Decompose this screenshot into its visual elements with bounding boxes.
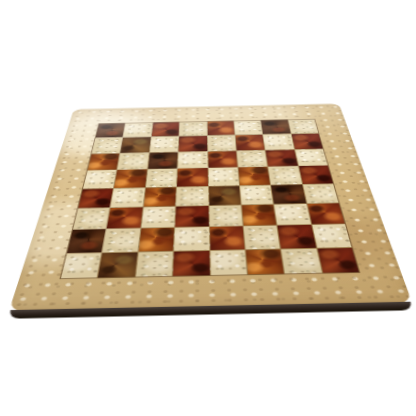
square-r6c6-dark — [242, 205, 277, 226]
square-r4c7-light — [268, 166, 301, 184]
square-r3c7-dark — [266, 150, 298, 167]
square-r1c2-light — [124, 123, 153, 138]
square-r8c1-light — [61, 253, 102, 279]
square-r8c5-light — [210, 250, 247, 275]
square-r3c2-light — [118, 153, 149, 170]
square-r5c8-light — [303, 184, 339, 204]
square-r1c8-light — [288, 119, 318, 133]
square-r8c7-light — [281, 248, 321, 273]
square-r5c2-light — [111, 188, 145, 208]
square-r5c7-dark — [271, 184, 306, 204]
square-r2c7-light — [263, 134, 293, 150]
square-r2c2-dark — [121, 137, 151, 153]
square-r1c3-dark — [151, 122, 179, 137]
square-r2c1-light — [92, 138, 123, 154]
square-r4c2-dark — [114, 169, 146, 187]
square-r6c8-dark — [307, 203, 345, 224]
square-r6c1-light — [73, 208, 110, 229]
square-r7c5-dark — [209, 227, 244, 250]
square-r6c4-dark — [175, 206, 208, 227]
square-r4c3-light — [146, 169, 177, 187]
square-r5c5-dark — [209, 186, 241, 206]
square-r8c2-dark — [98, 252, 137, 278]
square-r3c3-dark — [148, 152, 178, 169]
square-r4c4-dark — [177, 168, 207, 186]
square-r2c8-dark — [291, 134, 322, 150]
square-r6c7-light — [274, 204, 310, 225]
square-r4c6-dark — [238, 167, 270, 185]
square-r2c4-dark — [179, 136, 207, 152]
chess-board — [45, 23, 372, 350]
square-r4c5-light — [208, 168, 239, 186]
square-r4c1-light — [83, 170, 117, 188]
square-r5c1-dark — [78, 188, 113, 208]
square-r5c3-dark — [144, 187, 177, 207]
square-r5c6-light — [240, 185, 273, 205]
square-r1c7-dark — [261, 120, 290, 134]
square-r3c4-light — [178, 152, 207, 169]
square-r2c6-dark — [235, 135, 264, 151]
square-r5c4-light — [176, 186, 208, 206]
square-r6c5-light — [209, 205, 242, 226]
square-r8c3-light — [136, 251, 173, 277]
square-r4c8-dark — [299, 166, 333, 184]
square-r1c6-light — [234, 120, 262, 134]
board-plane — [9, 104, 412, 311]
square-r2c3-light — [150, 137, 179, 153]
square-r3c5-dark — [208, 151, 238, 168]
product-photo-canvas — [0, 0, 416, 416]
square-r7c3-dark — [139, 228, 175, 251]
square-r8c8-dark — [317, 248, 359, 273]
square-r3c8-light — [295, 149, 328, 166]
square-r2c5-light — [207, 135, 235, 151]
square-r7c7-dark — [278, 225, 316, 248]
square-r8c4-dark — [173, 251, 209, 276]
square-r8c6-dark — [246, 249, 284, 274]
square-r6c2-dark — [107, 207, 142, 228]
square-r1c4-light — [179, 122, 206, 137]
square-r1c5-dark — [207, 121, 234, 136]
square-r3c1-dark — [88, 153, 120, 170]
square-r7c4-light — [174, 227, 209, 250]
square-r7c8-light — [312, 224, 352, 247]
board-surface-frame — [9, 104, 412, 311]
square-r3c6-light — [237, 150, 268, 167]
square-r7c6-light — [244, 226, 281, 249]
board-grid — [59, 119, 360, 279]
square-r7c1-dark — [67, 229, 106, 252]
square-r1c1-dark — [96, 123, 126, 138]
square-r7c2-light — [103, 229, 140, 252]
square-r6c3-light — [141, 207, 175, 228]
